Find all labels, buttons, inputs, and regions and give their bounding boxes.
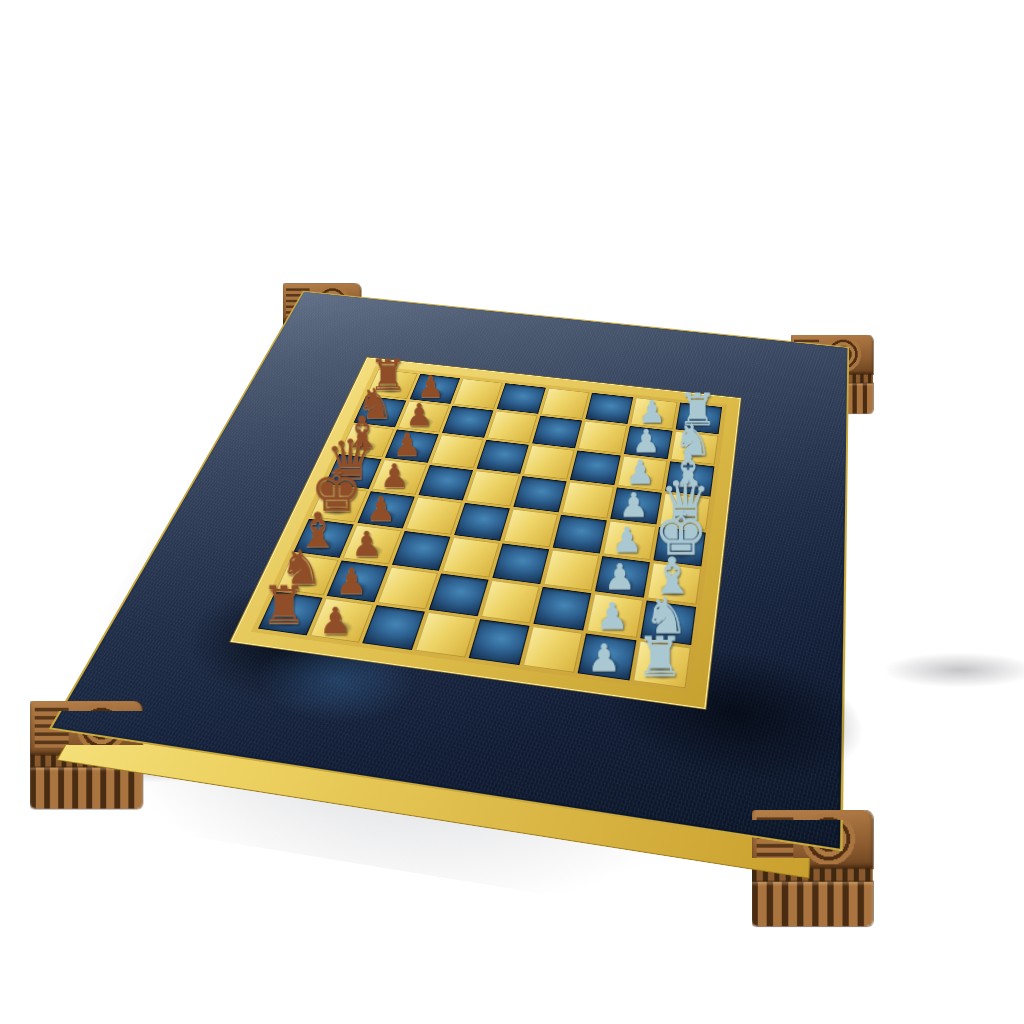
blue-pawn-piece: ♟ xyxy=(603,523,651,556)
copper-pawn-piece: ♟ xyxy=(327,564,376,598)
blue-pawn-piece: ♟ xyxy=(578,640,630,676)
empty-cell-r6c3 xyxy=(392,531,450,571)
copper-pawn-piece: ♟ xyxy=(343,527,391,560)
copper-pawn-piece: ♟ xyxy=(310,603,361,638)
piece-cell-blue-pawn: ♟ xyxy=(578,633,637,680)
blue-rook-piece: ♜ xyxy=(633,632,686,683)
blue-pawn-piece: ♟ xyxy=(587,598,638,633)
empty-cell-r7c3 xyxy=(378,567,439,609)
blue-pawn-piece: ♟ xyxy=(611,489,657,521)
empty-cell-r8c6 xyxy=(523,626,583,672)
chess-board: ♜♟♟♜♞♟♟♞♝♟♟♝♛♟♟♛♚♟♟♚♝♟♟♝♞♟♟♞♜♟♟♜ xyxy=(49,291,850,852)
piece-cell-blue-pawn: ♟ xyxy=(595,556,650,598)
copper-rook-piece: ♜ xyxy=(258,582,309,631)
piece-cell-blue-rook: ♜ xyxy=(633,641,691,689)
empty-cell-r6c5 xyxy=(492,543,549,584)
blue-pawn-piece: ♟ xyxy=(595,560,644,594)
product-photo-scene: ♜♟♟♜♞♟♟♞♝♟♟♝♛♟♟♛♚♟♟♚♝♟♟♝♞♟♟♞♜♟♟♜ xyxy=(0,0,1024,1024)
empty-cell-r7c4 xyxy=(429,574,489,617)
copper-pawn-piece: ♟ xyxy=(358,493,405,525)
